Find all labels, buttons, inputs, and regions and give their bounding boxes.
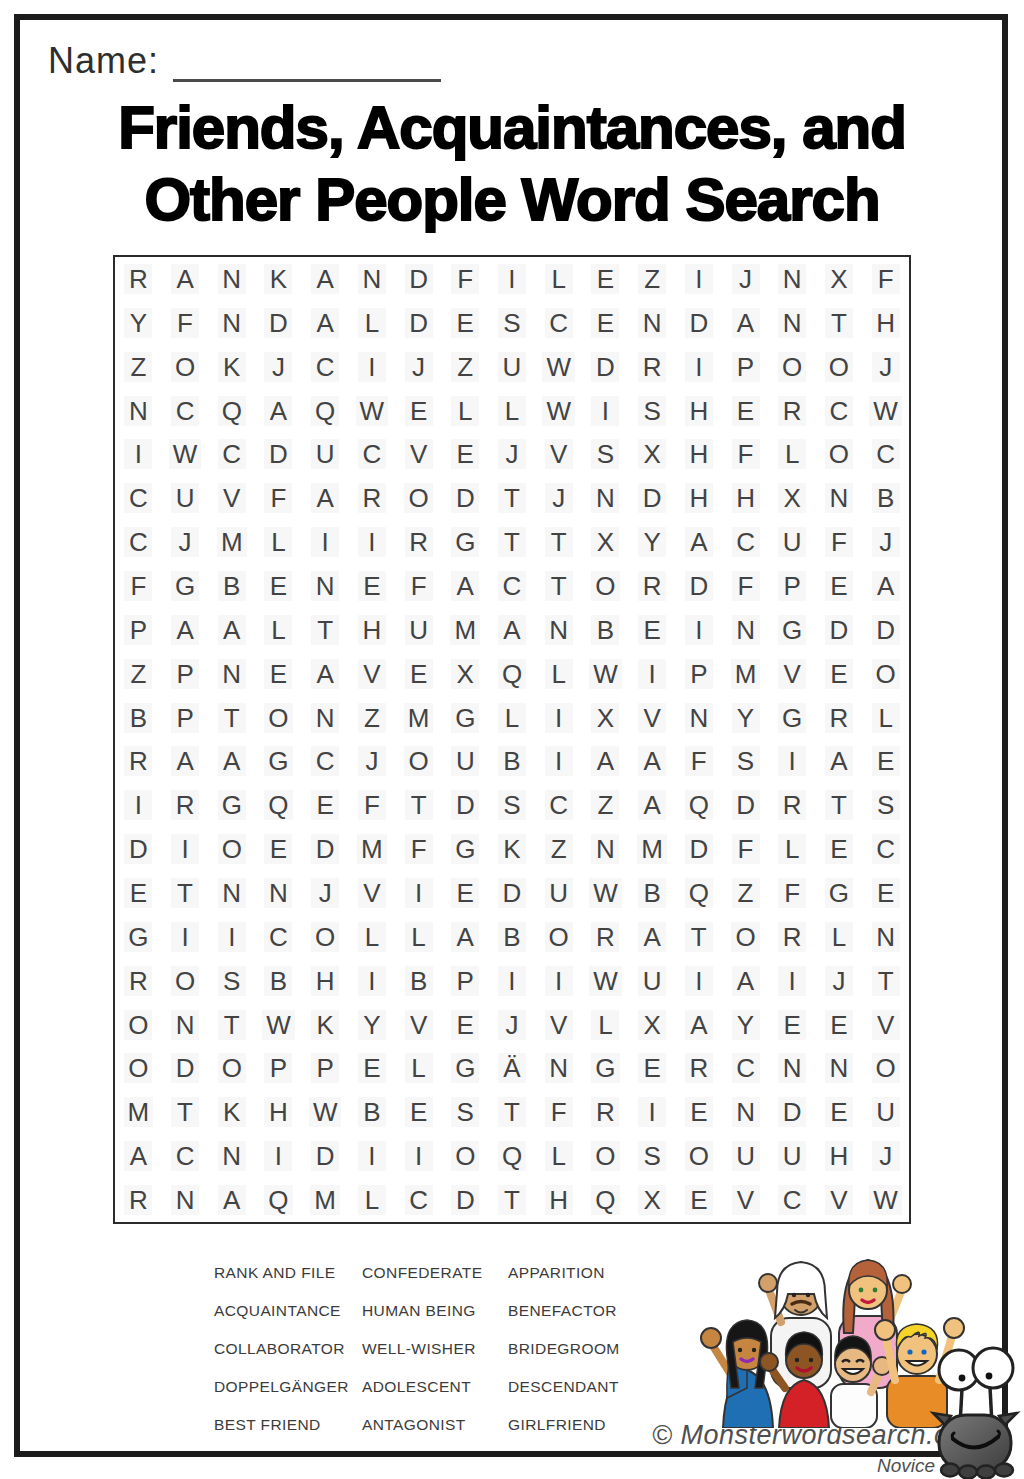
grid-cell[interactable]: I xyxy=(395,871,442,915)
grid-cell[interactable]: S xyxy=(629,1134,676,1178)
grid-cell[interactable]: T xyxy=(816,301,863,345)
grid-cell[interactable]: P xyxy=(302,1047,349,1091)
grid-cell[interactable]: A xyxy=(208,1178,255,1222)
grid-cell[interactable]: B xyxy=(862,476,909,520)
grid-cell[interactable]: F xyxy=(535,1090,582,1134)
grid-cell[interactable]: D xyxy=(722,783,769,827)
grid-cell[interactable]: W xyxy=(535,345,582,389)
grid-cell[interactable]: K xyxy=(489,827,536,871)
grid-cell[interactable]: O xyxy=(816,345,863,389)
grid-cell[interactable]: R xyxy=(349,476,396,520)
grid-cell[interactable]: E xyxy=(675,1090,722,1134)
grid-cell[interactable]: C xyxy=(302,345,349,389)
grid-cell[interactable]: V xyxy=(535,1003,582,1047)
grid-cell[interactable]: N xyxy=(722,1090,769,1134)
grid-cell[interactable]: I xyxy=(629,652,676,696)
grid-cell[interactable]: X xyxy=(769,476,816,520)
grid-cell[interactable]: X xyxy=(629,1178,676,1222)
grid-cell[interactable]: E xyxy=(255,827,302,871)
grid-cell[interactable]: F xyxy=(349,783,396,827)
grid-cell[interactable]: V xyxy=(862,1003,909,1047)
grid-cell[interactable]: X xyxy=(629,1003,676,1047)
grid-cell[interactable]: A xyxy=(162,739,209,783)
grid-cell[interactable]: J xyxy=(862,1134,909,1178)
grid-cell[interactable]: C xyxy=(115,520,162,564)
grid-cell[interactable]: A xyxy=(208,608,255,652)
grid-cell[interactable]: A xyxy=(629,739,676,783)
grid-cell[interactable]: I xyxy=(675,959,722,1003)
grid-cell[interactable]: M xyxy=(115,1090,162,1134)
grid-cell[interactable]: T xyxy=(162,871,209,915)
grid-cell[interactable]: I xyxy=(535,959,582,1003)
grid-cell[interactable]: E xyxy=(816,827,863,871)
grid-cell[interactable]: O xyxy=(722,915,769,959)
grid-cell[interactable]: N xyxy=(535,608,582,652)
grid-cell[interactable]: M xyxy=(442,608,489,652)
grid-cell[interactable]: U xyxy=(722,1134,769,1178)
grid-cell[interactable]: I xyxy=(675,257,722,301)
grid-cell[interactable]: Y xyxy=(349,1003,396,1047)
grid-cell[interactable]: Q xyxy=(255,1178,302,1222)
grid-cell[interactable]: I xyxy=(302,520,349,564)
grid-cell[interactable]: D xyxy=(162,1047,209,1091)
grid-cell[interactable]: A xyxy=(442,915,489,959)
grid-cell[interactable]: L xyxy=(349,1178,396,1222)
grid-cell[interactable]: I xyxy=(349,520,396,564)
grid-cell[interactable]: U xyxy=(395,608,442,652)
grid-cell[interactable]: G xyxy=(442,827,489,871)
grid-cell[interactable]: A xyxy=(302,476,349,520)
grid-cell[interactable]: R xyxy=(582,915,629,959)
grid-cell[interactable]: G xyxy=(442,1047,489,1091)
grid-cell[interactable]: J xyxy=(349,739,396,783)
grid-cell[interactable]: R xyxy=(675,1047,722,1091)
grid-cell[interactable]: V xyxy=(629,696,676,740)
grid-cell[interactable]: E xyxy=(395,652,442,696)
grid-cell[interactable]: O xyxy=(115,1047,162,1091)
grid-cell[interactable]: A xyxy=(722,959,769,1003)
grid-cell[interactable]: J xyxy=(535,476,582,520)
grid-cell[interactable]: V xyxy=(208,476,255,520)
grid-cell[interactable]: C xyxy=(208,432,255,476)
grid-cell[interactable]: H xyxy=(255,1090,302,1134)
grid-cell[interactable]: J xyxy=(489,1003,536,1047)
grid-cell[interactable]: S xyxy=(442,1090,489,1134)
grid-cell[interactable]: G xyxy=(162,564,209,608)
grid-cell[interactable]: D xyxy=(862,608,909,652)
grid-cell[interactable]: C xyxy=(722,1047,769,1091)
grid-cell[interactable]: E xyxy=(395,1090,442,1134)
grid-cell[interactable]: V xyxy=(816,1178,863,1222)
grid-cell[interactable]: V xyxy=(349,652,396,696)
grid-cell[interactable]: E xyxy=(349,1047,396,1091)
grid-cell[interactable]: T xyxy=(489,476,536,520)
grid-cell[interactable]: T xyxy=(162,1090,209,1134)
grid-cell[interactable]: L xyxy=(395,915,442,959)
grid-cell[interactable]: D xyxy=(302,827,349,871)
grid-cell[interactable]: O xyxy=(582,1134,629,1178)
grid-cell[interactable]: L xyxy=(349,301,396,345)
grid-cell[interactable]: L xyxy=(769,432,816,476)
grid-cell[interactable]: O xyxy=(255,696,302,740)
grid-cell[interactable]: N xyxy=(302,564,349,608)
grid-cell[interactable]: W xyxy=(302,1090,349,1134)
grid-cell[interactable]: S xyxy=(489,301,536,345)
grid-cell[interactable]: E xyxy=(255,564,302,608)
grid-cell[interactable]: V xyxy=(349,871,396,915)
grid-cell[interactable]: W xyxy=(582,871,629,915)
grid-cell[interactable]: Ä xyxy=(489,1047,536,1091)
grid-cell[interactable]: J xyxy=(816,959,863,1003)
grid-cell[interactable]: N xyxy=(582,476,629,520)
grid-cell[interactable]: Z xyxy=(442,345,489,389)
grid-cell[interactable]: F xyxy=(115,564,162,608)
grid-cell[interactable]: K xyxy=(208,1090,255,1134)
grid-cell[interactable]: I xyxy=(349,1134,396,1178)
grid-cell[interactable]: C xyxy=(255,915,302,959)
grid-cell[interactable]: O xyxy=(208,827,255,871)
grid-cell[interactable]: W xyxy=(349,389,396,433)
grid-cell[interactable]: V xyxy=(769,652,816,696)
grid-cell[interactable]: U xyxy=(862,1090,909,1134)
grid-cell[interactable]: Z xyxy=(535,827,582,871)
grid-cell[interactable]: Z xyxy=(582,783,629,827)
grid-cell[interactable]: R xyxy=(816,696,863,740)
grid-cell[interactable]: F xyxy=(722,827,769,871)
grid-cell[interactable]: C xyxy=(816,389,863,433)
grid-cell[interactable]: P xyxy=(115,608,162,652)
grid-cell[interactable]: U xyxy=(769,520,816,564)
grid-cell[interactable]: I xyxy=(349,959,396,1003)
grid-cell[interactable]: D xyxy=(395,301,442,345)
grid-cell[interactable]: D xyxy=(255,432,302,476)
grid-cell[interactable]: D xyxy=(489,871,536,915)
grid-cell[interactable]: L xyxy=(535,652,582,696)
grid-cell[interactable]: R xyxy=(582,1090,629,1134)
grid-cell[interactable]: C xyxy=(535,783,582,827)
grid-cell[interactable]: E xyxy=(255,652,302,696)
grid-cell[interactable]: E xyxy=(395,389,442,433)
grid-cell[interactable]: F xyxy=(395,564,442,608)
grid-cell[interactable]: L xyxy=(769,827,816,871)
grid-cell[interactable]: Y xyxy=(115,301,162,345)
grid-cell[interactable]: Q xyxy=(675,783,722,827)
grid-cell[interactable]: A xyxy=(582,739,629,783)
grid-cell[interactable]: Q xyxy=(208,389,255,433)
grid-cell[interactable]: N xyxy=(208,871,255,915)
grid-cell[interactable]: L xyxy=(255,520,302,564)
grid-cell[interactable]: I xyxy=(629,1090,676,1134)
grid-cell[interactable]: I xyxy=(769,739,816,783)
grid-cell[interactable]: N xyxy=(816,1047,863,1091)
grid-cell[interactable]: Q xyxy=(489,652,536,696)
grid-cell[interactable]: O xyxy=(162,345,209,389)
grid-cell[interactable]: V xyxy=(395,432,442,476)
grid-cell[interactable]: Y xyxy=(722,696,769,740)
grid-cell[interactable]: J xyxy=(395,345,442,389)
grid-cell[interactable]: L xyxy=(535,1134,582,1178)
grid-cell[interactable]: O xyxy=(769,345,816,389)
grid-cell[interactable]: A xyxy=(302,257,349,301)
grid-cell[interactable]: O xyxy=(816,432,863,476)
grid-cell[interactable]: U xyxy=(629,959,676,1003)
grid-cell[interactable]: O xyxy=(395,739,442,783)
grid-cell[interactable]: D xyxy=(442,476,489,520)
grid-cell[interactable]: L xyxy=(255,608,302,652)
grid-cell[interactable]: A xyxy=(162,608,209,652)
grid-cell[interactable]: N xyxy=(208,652,255,696)
grid-cell[interactable]: R xyxy=(115,739,162,783)
grid-cell[interactable]: E xyxy=(816,564,863,608)
grid-cell[interactable]: M xyxy=(395,696,442,740)
grid-cell[interactable]: F xyxy=(442,257,489,301)
grid-cell[interactable]: E xyxy=(582,301,629,345)
grid-cell[interactable]: U xyxy=(442,739,489,783)
grid-cell[interactable]: R xyxy=(115,257,162,301)
grid-cell[interactable]: O xyxy=(582,564,629,608)
grid-cell[interactable]: E xyxy=(816,1003,863,1047)
grid-cell[interactable]: A xyxy=(302,301,349,345)
grid-cell[interactable]: M xyxy=(302,1178,349,1222)
grid-cell[interactable]: X xyxy=(582,696,629,740)
grid-cell[interactable]: N xyxy=(162,1003,209,1047)
grid-cell[interactable]: N xyxy=(582,827,629,871)
grid-cell[interactable]: I xyxy=(115,783,162,827)
grid-cell[interactable]: E xyxy=(442,1003,489,1047)
grid-cell[interactable]: F xyxy=(675,739,722,783)
grid-cell[interactable]: C xyxy=(395,1178,442,1222)
grid-cell[interactable]: A xyxy=(442,564,489,608)
grid-cell[interactable]: G xyxy=(582,1047,629,1091)
grid-cell[interactable]: A xyxy=(722,301,769,345)
grid-cell[interactable]: F xyxy=(255,476,302,520)
grid-cell[interactable]: C xyxy=(115,476,162,520)
grid-cell[interactable]: T xyxy=(302,608,349,652)
grid-cell[interactable]: Q xyxy=(489,1134,536,1178)
grid-cell[interactable]: L xyxy=(862,696,909,740)
grid-cell[interactable]: D xyxy=(395,257,442,301)
grid-cell[interactable]: A xyxy=(208,739,255,783)
grid-cell[interactable]: T xyxy=(208,696,255,740)
grid-cell[interactable]: N xyxy=(535,1047,582,1091)
grid-cell[interactable]: W xyxy=(862,389,909,433)
grid-cell[interactable]: I xyxy=(162,827,209,871)
grid-cell[interactable]: E xyxy=(442,432,489,476)
grid-cell[interactable]: V xyxy=(722,1178,769,1222)
grid-cell[interactable]: N xyxy=(115,389,162,433)
grid-cell[interactable]: Z xyxy=(629,257,676,301)
grid-cell[interactable]: W xyxy=(255,1003,302,1047)
grid-cell[interactable]: L xyxy=(816,915,863,959)
grid-cell[interactable]: F xyxy=(816,520,863,564)
grid-cell[interactable]: C xyxy=(349,432,396,476)
grid-cell[interactable]: E xyxy=(862,739,909,783)
grid-cell[interactable]: M xyxy=(629,827,676,871)
grid-cell[interactable]: F xyxy=(769,871,816,915)
grid-cell[interactable]: A xyxy=(629,915,676,959)
grid-cell[interactable]: R xyxy=(769,783,816,827)
grid-cell[interactable]: C xyxy=(862,827,909,871)
grid-cell[interactable]: L xyxy=(489,389,536,433)
grid-cell[interactable]: D xyxy=(675,301,722,345)
grid-cell[interactable]: T xyxy=(675,915,722,959)
grid-cell[interactable]: A xyxy=(675,1003,722,1047)
grid-cell[interactable]: G xyxy=(115,915,162,959)
grid-cell[interactable]: X xyxy=(442,652,489,696)
grid-cell[interactable]: I xyxy=(675,608,722,652)
grid-cell[interactable]: R xyxy=(629,564,676,608)
grid-cell[interactable]: Y xyxy=(629,520,676,564)
grid-cell[interactable]: J xyxy=(162,520,209,564)
grid-cell[interactable]: H xyxy=(675,432,722,476)
grid-cell[interactable]: B xyxy=(489,915,536,959)
grid-cell[interactable]: E xyxy=(115,871,162,915)
grid-cell[interactable]: F xyxy=(722,432,769,476)
grid-cell[interactable]: Q xyxy=(255,783,302,827)
grid-cell[interactable]: N xyxy=(722,608,769,652)
grid-cell[interactable]: Q xyxy=(582,1178,629,1222)
grid-cell[interactable]: N xyxy=(208,1134,255,1178)
grid-cell[interactable]: G xyxy=(442,520,489,564)
grid-cell[interactable]: I xyxy=(395,1134,442,1178)
grid-cell[interactable]: E xyxy=(442,871,489,915)
grid-cell[interactable]: C xyxy=(162,1134,209,1178)
grid-cell[interactable]: I xyxy=(349,345,396,389)
grid-cell[interactable]: N xyxy=(769,1047,816,1091)
grid-cell[interactable]: E xyxy=(862,871,909,915)
grid-cell[interactable]: A xyxy=(302,652,349,696)
grid-cell[interactable]: P xyxy=(442,959,489,1003)
grid-cell[interactable]: A xyxy=(816,739,863,783)
grid-cell[interactable]: B xyxy=(629,871,676,915)
grid-cell[interactable]: G xyxy=(769,608,816,652)
grid-cell[interactable]: D xyxy=(115,827,162,871)
grid-cell[interactable]: J xyxy=(862,520,909,564)
grid-cell[interactable]: A xyxy=(629,783,676,827)
grid-cell[interactable]: R xyxy=(115,1178,162,1222)
grid-cell[interactable]: O xyxy=(162,959,209,1003)
grid-cell[interactable]: X xyxy=(582,520,629,564)
grid-cell[interactable]: I xyxy=(162,915,209,959)
grid-cell[interactable]: H xyxy=(349,608,396,652)
grid-cell[interactable]: R xyxy=(395,520,442,564)
grid-cell[interactable]: J xyxy=(255,345,302,389)
grid-cell[interactable]: B xyxy=(582,608,629,652)
grid-cell[interactable]: P xyxy=(675,652,722,696)
grid-cell[interactable]: E xyxy=(629,608,676,652)
grid-cell[interactable]: P xyxy=(722,345,769,389)
grid-cell[interactable]: G xyxy=(769,696,816,740)
grid-cell[interactable]: A xyxy=(115,1134,162,1178)
grid-cell[interactable]: H xyxy=(816,1134,863,1178)
grid-cell[interactable]: E xyxy=(442,301,489,345)
grid-cell[interactable]: X xyxy=(629,432,676,476)
grid-cell[interactable]: E xyxy=(816,652,863,696)
grid-cell[interactable]: N xyxy=(629,301,676,345)
grid-cell[interactable]: W xyxy=(162,432,209,476)
grid-cell[interactable]: R xyxy=(162,783,209,827)
grid-cell[interactable]: J xyxy=(489,432,536,476)
grid-cell[interactable]: B xyxy=(208,564,255,608)
grid-cell[interactable]: D xyxy=(255,301,302,345)
grid-cell[interactable]: R xyxy=(769,915,816,959)
grid-cell[interactable]: S xyxy=(582,432,629,476)
grid-cell[interactable]: N xyxy=(769,257,816,301)
grid-cell[interactable]: I xyxy=(535,696,582,740)
grid-cell[interactable]: B xyxy=(115,696,162,740)
grid-cell[interactable]: V xyxy=(535,432,582,476)
grid-cell[interactable]: C xyxy=(302,739,349,783)
grid-cell[interactable]: G xyxy=(255,739,302,783)
grid-cell[interactable]: M xyxy=(349,827,396,871)
grid-cell[interactable]: A xyxy=(162,257,209,301)
grid-cell[interactable]: R xyxy=(115,959,162,1003)
grid-cell[interactable]: U xyxy=(769,1134,816,1178)
grid-cell[interactable]: Q xyxy=(302,389,349,433)
grid-cell[interactable]: E xyxy=(675,1178,722,1222)
grid-cell[interactable]: B xyxy=(395,959,442,1003)
grid-cell[interactable]: P xyxy=(162,652,209,696)
grid-cell[interactable]: E xyxy=(769,1003,816,1047)
grid-cell[interactable]: M xyxy=(722,652,769,696)
grid-cell[interactable]: T xyxy=(816,783,863,827)
grid-cell[interactable]: O xyxy=(302,915,349,959)
grid-cell[interactable]: C xyxy=(769,1178,816,1222)
grid-cell[interactable]: D xyxy=(675,564,722,608)
grid-cell[interactable]: S xyxy=(629,389,676,433)
grid-cell[interactable]: T xyxy=(862,959,909,1003)
grid-cell[interactable]: T xyxy=(535,520,582,564)
grid-cell[interactable]: H xyxy=(862,301,909,345)
grid-cell[interactable]: E xyxy=(582,257,629,301)
grid-cell[interactable]: I xyxy=(582,389,629,433)
grid-cell[interactable]: J xyxy=(302,871,349,915)
grid-cell[interactable]: D xyxy=(582,345,629,389)
grid-cell[interactable]: W xyxy=(862,1178,909,1222)
grid-cell[interactable]: W xyxy=(582,959,629,1003)
grid-cell[interactable]: D xyxy=(442,1178,489,1222)
grid-cell[interactable]: D xyxy=(675,827,722,871)
grid-cell[interactable]: P xyxy=(255,1047,302,1091)
grid-cell[interactable]: C xyxy=(162,389,209,433)
grid-cell[interactable]: O xyxy=(442,1134,489,1178)
grid-cell[interactable]: D xyxy=(816,608,863,652)
grid-cell[interactable]: E xyxy=(722,389,769,433)
grid-cell[interactable]: D xyxy=(302,1134,349,1178)
grid-cell[interactable]: N xyxy=(208,257,255,301)
grid-cell[interactable]: L xyxy=(582,1003,629,1047)
grid-cell[interactable]: H xyxy=(302,959,349,1003)
grid-cell[interactable]: R xyxy=(629,345,676,389)
grid-cell[interactable]: T xyxy=(489,520,536,564)
grid-cell[interactable]: C xyxy=(862,432,909,476)
grid-cell[interactable]: B xyxy=(349,1090,396,1134)
grid-cell[interactable]: T xyxy=(489,1178,536,1222)
grid-cell[interactable]: S xyxy=(489,783,536,827)
grid-cell[interactable]: O xyxy=(115,1003,162,1047)
grid-cell[interactable]: G xyxy=(208,783,255,827)
grid-cell[interactable]: O xyxy=(675,1134,722,1178)
grid-cell[interactable]: B xyxy=(489,739,536,783)
grid-cell[interactable]: H xyxy=(675,476,722,520)
grid-cell[interactable]: I xyxy=(489,959,536,1003)
grid-cell[interactable]: T xyxy=(489,1090,536,1134)
grid-cell[interactable]: F xyxy=(395,827,442,871)
grid-cell[interactable]: S xyxy=(862,783,909,827)
grid-cell[interactable]: H xyxy=(535,1178,582,1222)
grid-cell[interactable]: B xyxy=(255,959,302,1003)
grid-cell[interactable]: T xyxy=(535,564,582,608)
